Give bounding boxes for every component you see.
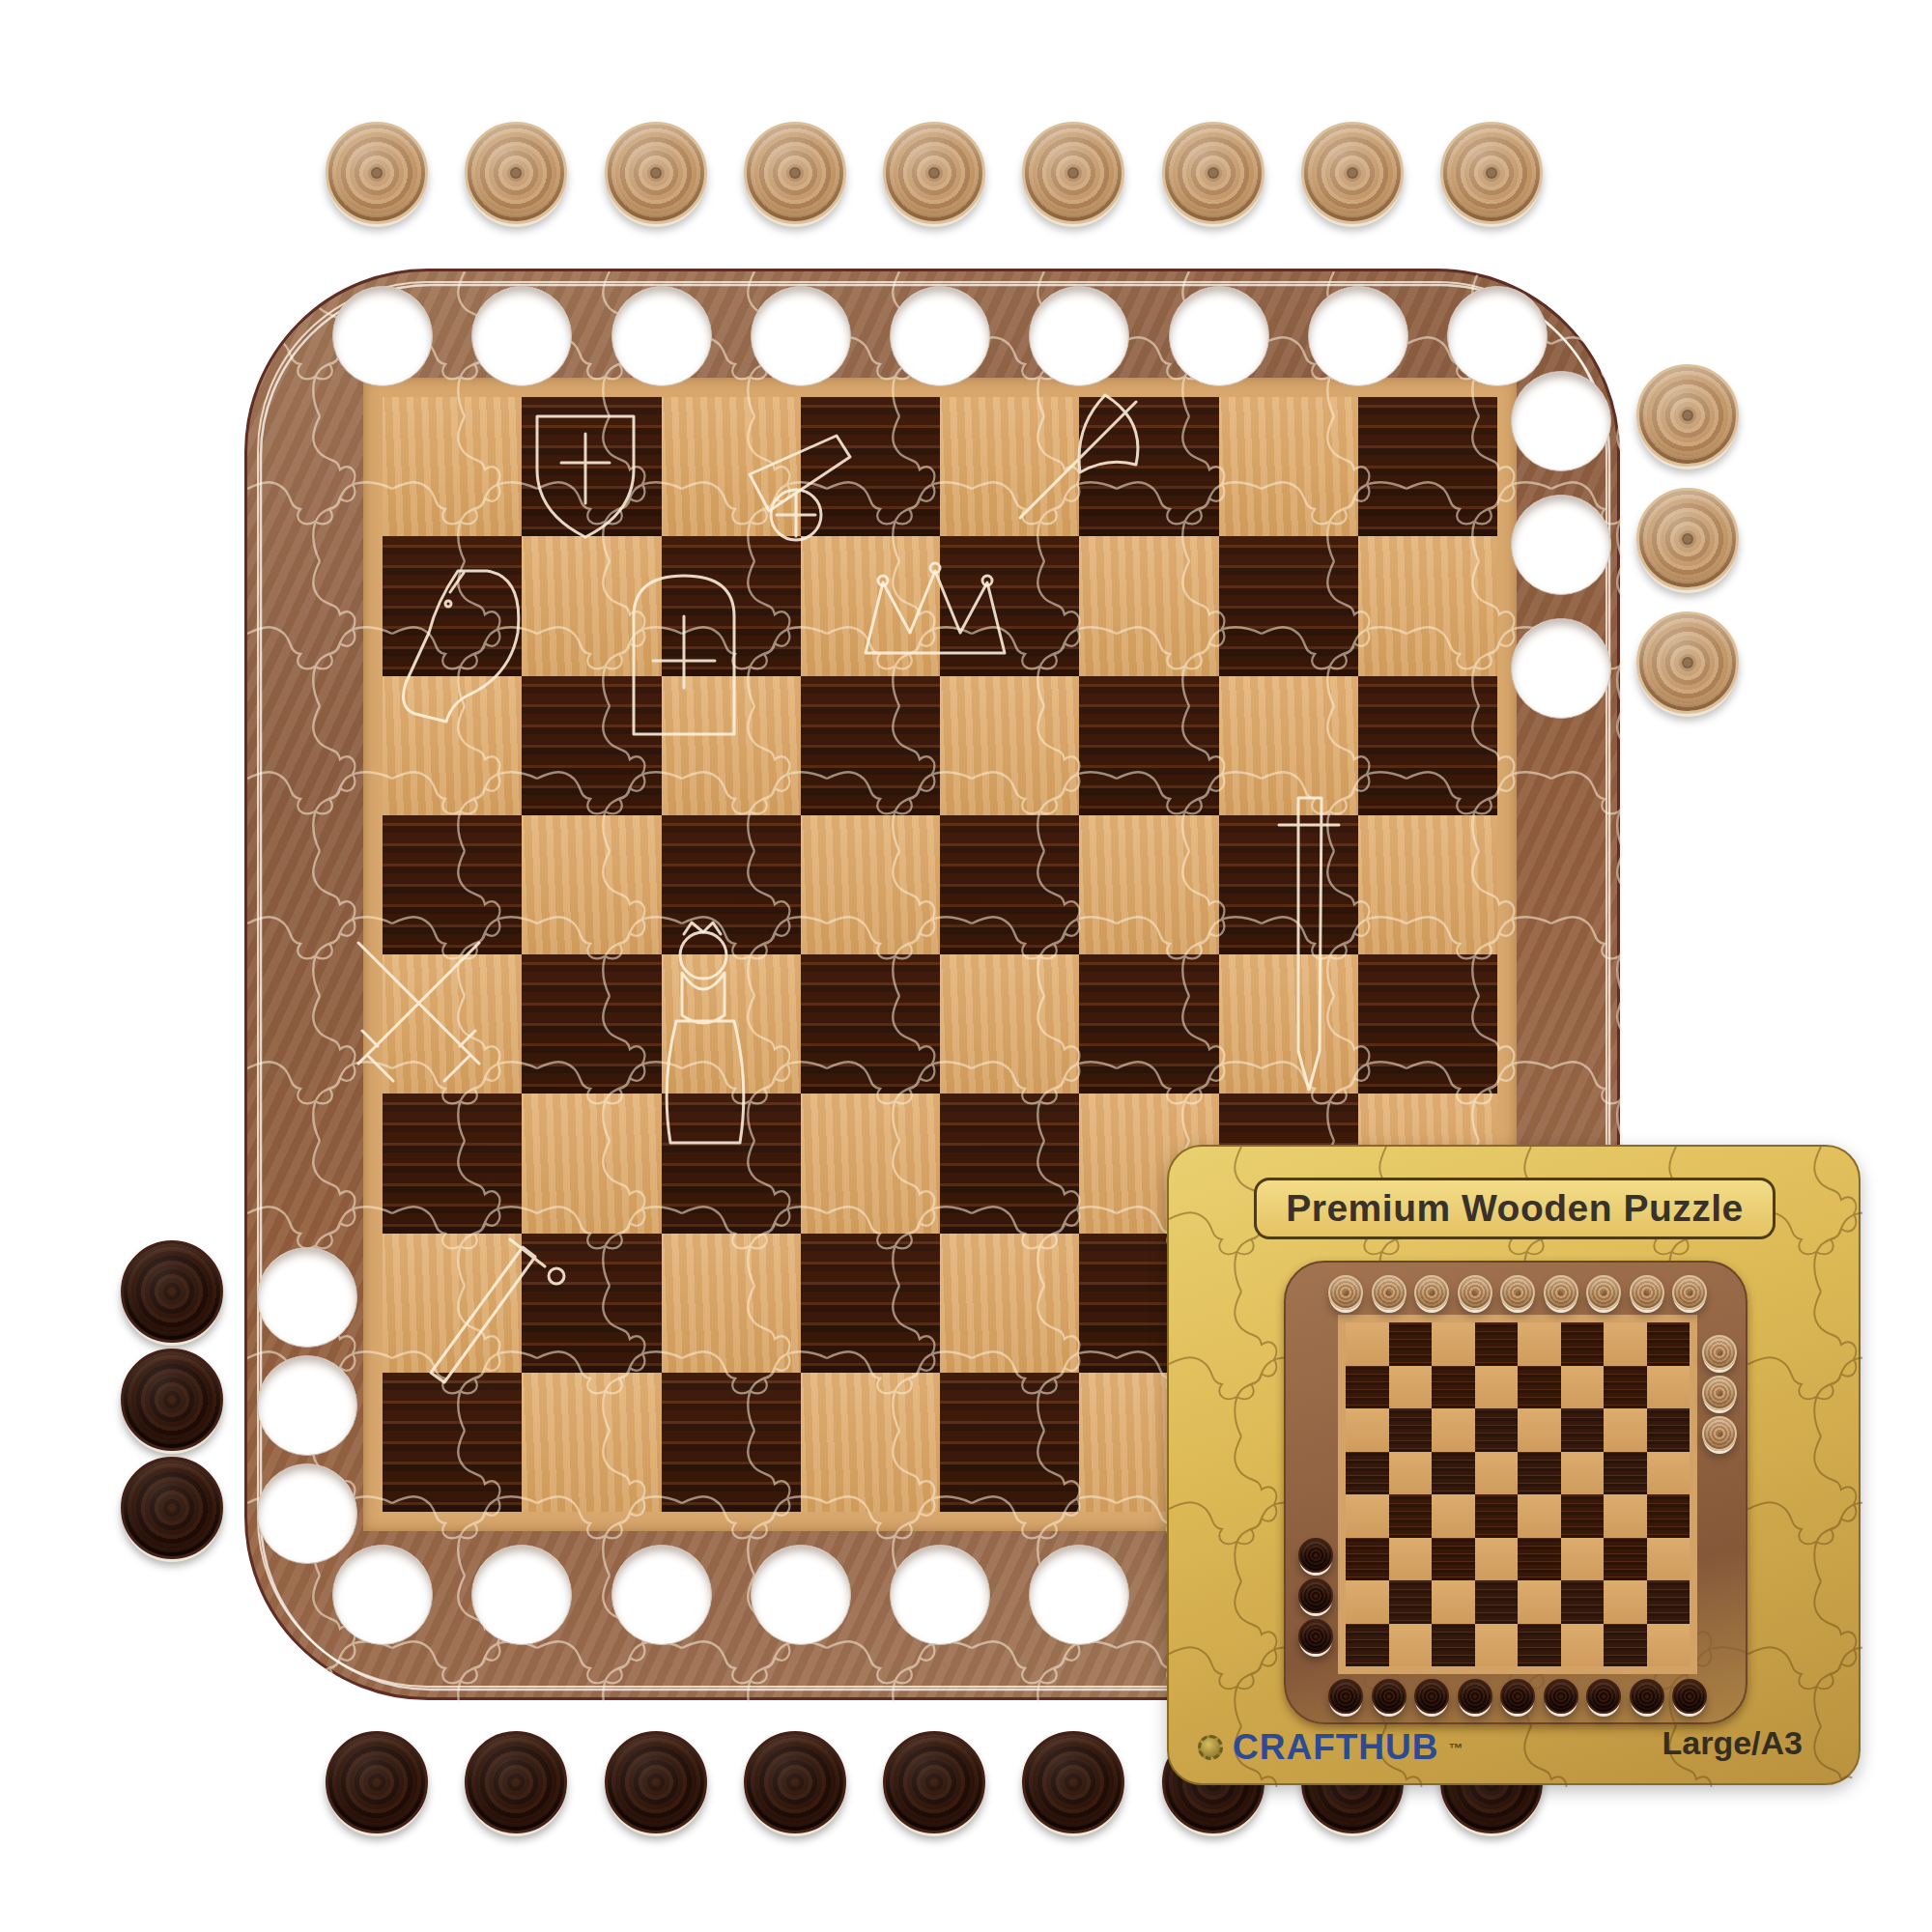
mini-board-square (1518, 1452, 1561, 1495)
light-checker[interactable] (1458, 1275, 1492, 1310)
board-square[interactable] (383, 954, 522, 1094)
mini-board-square (1518, 1494, 1561, 1538)
mini-board-square (1604, 1408, 1647, 1452)
board-square[interactable] (662, 1094, 801, 1233)
light-checker[interactable] (1636, 611, 1739, 714)
brand-trademark: ™ (1449, 1740, 1463, 1756)
board-square[interactable] (383, 1373, 522, 1512)
board-square[interactable] (383, 1234, 522, 1373)
storage-hole[interactable] (1029, 286, 1129, 386)
mini-board-square (1647, 1452, 1690, 1495)
mini-board-square (1518, 1322, 1561, 1366)
mini-board (1284, 1261, 1747, 1724)
storage-hole[interactable] (1511, 371, 1611, 471)
mini-board-square (1389, 1494, 1433, 1538)
storage-hole[interactable] (751, 286, 851, 386)
brand-logo: CRAFTHUB ™ (1198, 1727, 1463, 1768)
board-square[interactable] (662, 1234, 801, 1373)
board-square[interactable] (801, 1094, 940, 1233)
light-checker[interactable] (1636, 488, 1739, 590)
mini-board-square (1561, 1408, 1605, 1452)
card-title-box: Premium Wooden Puzzle (1254, 1178, 1776, 1239)
board-square[interactable] (522, 397, 661, 536)
board-square[interactable] (1358, 536, 1497, 675)
light-checker[interactable] (1328, 1275, 1363, 1310)
board-square[interactable] (801, 1373, 940, 1512)
mini-board-square (1561, 1624, 1605, 1667)
mini-board-square (1518, 1538, 1561, 1581)
mini-board-square (1561, 1538, 1605, 1581)
mini-board-square (1346, 1408, 1389, 1452)
crafthub-globe-icon (1198, 1735, 1223, 1760)
mini-board-square (1647, 1624, 1690, 1667)
board-square[interactable] (801, 815, 940, 954)
board-square[interactable] (940, 1373, 1079, 1512)
mini-board-square (1432, 1452, 1475, 1495)
mini-board-square (1432, 1580, 1475, 1624)
board-square[interactable] (1219, 397, 1358, 536)
dark-checker[interactable] (1298, 1619, 1333, 1654)
dark-checker[interactable] (1630, 1679, 1664, 1714)
dark-checker[interactable] (1414, 1679, 1449, 1714)
storage-hole[interactable] (257, 1463, 357, 1564)
board-square[interactable] (801, 1234, 940, 1373)
light-checker[interactable] (1440, 122, 1543, 224)
dark-checker[interactable] (1500, 1679, 1535, 1714)
mini-board-square (1389, 1538, 1433, 1581)
mini-board-square (1389, 1408, 1433, 1452)
dark-checker[interactable] (326, 1731, 428, 1833)
board-square[interactable] (522, 815, 661, 954)
board-square[interactable] (940, 397, 1079, 536)
light-checker[interactable] (1586, 1275, 1621, 1310)
storage-hole[interactable] (471, 286, 572, 386)
dark-checker[interactable] (1544, 1679, 1578, 1714)
mini-board-square (1389, 1452, 1433, 1495)
board-square[interactable] (1219, 815, 1358, 954)
mini-board-square (1518, 1408, 1561, 1452)
dark-checker[interactable] (121, 1240, 223, 1343)
light-checker[interactable] (1162, 122, 1264, 224)
mini-board-square (1346, 1452, 1389, 1495)
mini-board-square (1604, 1322, 1647, 1366)
light-checker[interactable] (605, 122, 707, 224)
dark-checker[interactable] (1458, 1679, 1492, 1714)
mini-board-square (1432, 1494, 1475, 1538)
storage-hole[interactable] (1511, 495, 1611, 595)
storage-hole[interactable] (890, 1545, 990, 1645)
mini-board-square (1389, 1580, 1433, 1624)
board-square[interactable] (1079, 954, 1218, 1094)
board-square[interactable] (383, 1094, 522, 1233)
light-checker[interactable] (326, 122, 428, 224)
light-checker[interactable] (1022, 122, 1124, 224)
mini-board-square (1518, 1366, 1561, 1409)
board-square[interactable] (662, 1373, 801, 1512)
board-square[interactable] (1079, 397, 1218, 536)
mini-board-square (1647, 1580, 1690, 1624)
board-square[interactable] (1079, 536, 1218, 675)
mini-board-square (1475, 1452, 1519, 1495)
dark-checker[interactable] (1298, 1538, 1333, 1573)
board-square[interactable] (383, 536, 522, 675)
light-checker[interactable] (1702, 1376, 1737, 1410)
storage-hole[interactable] (1029, 1545, 1129, 1645)
board-square[interactable] (1219, 954, 1358, 1094)
storage-hole[interactable] (1169, 286, 1269, 386)
board-square[interactable] (1219, 676, 1358, 815)
board-square[interactable] (383, 397, 522, 536)
size-label: Large/A3 (1662, 1724, 1804, 1762)
card-title: Premium Wooden Puzzle (1286, 1187, 1744, 1230)
dark-checker[interactable] (1298, 1578, 1333, 1613)
mini-board-square (1475, 1538, 1519, 1581)
board-square[interactable] (940, 1234, 1079, 1373)
mini-board-square (1647, 1322, 1690, 1366)
dark-checker[interactable] (605, 1731, 707, 1833)
board-square[interactable] (1358, 815, 1497, 954)
light-checker[interactable] (1500, 1275, 1535, 1310)
mini-board-square (1647, 1538, 1690, 1581)
mini-board-square (1604, 1624, 1647, 1667)
storage-hole[interactable] (1447, 286, 1548, 386)
board-square[interactable] (383, 676, 522, 815)
board-square[interactable] (1079, 815, 1218, 954)
mini-board-square (1432, 1366, 1475, 1409)
mini-board-square (1475, 1624, 1519, 1667)
board-square[interactable] (940, 1094, 1079, 1233)
board-square[interactable] (801, 536, 940, 675)
board-square[interactable] (662, 815, 801, 954)
board-square[interactable] (1079, 676, 1218, 815)
storage-hole[interactable] (1308, 286, 1408, 386)
light-checker[interactable] (883, 122, 985, 224)
dark-checker[interactable] (1022, 1731, 1124, 1833)
dark-checker[interactable] (1328, 1679, 1363, 1714)
mini-board-square (1518, 1580, 1561, 1624)
light-checker[interactable] (1544, 1275, 1578, 1310)
light-checker[interactable] (744, 122, 846, 224)
mini-board-square (1346, 1494, 1389, 1538)
mini-board-square (1561, 1366, 1605, 1409)
mini-board-square (1432, 1538, 1475, 1581)
dark-checker[interactable] (744, 1731, 846, 1833)
dark-checker[interactable] (883, 1731, 985, 1833)
dark-checker[interactable] (1372, 1679, 1406, 1714)
board-square[interactable] (801, 954, 940, 1094)
mini-board-square (1432, 1322, 1475, 1366)
board-square[interactable] (662, 954, 801, 1094)
mini-board-square (1561, 1452, 1605, 1495)
light-checker[interactable] (1630, 1275, 1664, 1310)
mini-board-square (1647, 1494, 1690, 1538)
light-checker[interactable] (1636, 364, 1739, 467)
mini-board-square (1604, 1494, 1647, 1538)
mini-board-square (1346, 1580, 1389, 1624)
mini-board-square (1475, 1366, 1519, 1409)
board-square[interactable] (940, 954, 1079, 1094)
mini-board-square (1604, 1366, 1647, 1409)
board-square[interactable] (940, 536, 1079, 675)
mini-board-square (1389, 1366, 1433, 1409)
mini-board-square (1561, 1322, 1605, 1366)
mini-board-square (1475, 1408, 1519, 1452)
storage-hole[interactable] (332, 1545, 433, 1645)
board-square[interactable] (1219, 536, 1358, 675)
light-checker[interactable] (465, 122, 567, 224)
mini-board-square (1346, 1322, 1389, 1366)
storage-hole[interactable] (471, 1545, 572, 1645)
light-checker[interactable] (1414, 1275, 1449, 1310)
mini-board-square (1346, 1624, 1389, 1667)
brand-name: CRAFTHUB (1233, 1727, 1439, 1768)
storage-hole[interactable] (611, 1545, 712, 1645)
mini-board-square (1475, 1494, 1519, 1538)
storage-hole[interactable] (890, 286, 990, 386)
board-square[interactable] (383, 815, 522, 954)
storage-hole[interactable] (751, 1545, 851, 1645)
board-square[interactable] (522, 676, 661, 815)
mini-board-square (1604, 1580, 1647, 1624)
storage-hole[interactable] (332, 286, 433, 386)
board-square[interactable] (940, 815, 1079, 954)
light-checker[interactable] (1672, 1275, 1707, 1310)
mini-board-square (1604, 1452, 1647, 1495)
light-checker[interactable] (1702, 1335, 1737, 1370)
mini-board-square (1475, 1322, 1519, 1366)
board-square[interactable] (522, 1094, 661, 1233)
mini-board-square (1518, 1624, 1561, 1667)
mini-board-square (1561, 1580, 1605, 1624)
dark-checker[interactable] (121, 1349, 223, 1451)
light-checker[interactable] (1301, 122, 1404, 224)
dark-checker[interactable] (465, 1731, 567, 1833)
mini-board-square (1346, 1538, 1389, 1581)
mini-board-square (1604, 1538, 1647, 1581)
dark-checker[interactable] (1672, 1679, 1707, 1714)
board-square[interactable] (522, 1234, 661, 1373)
board-square[interactable] (1358, 397, 1497, 536)
mini-board-square (1647, 1366, 1690, 1409)
storage-hole[interactable] (257, 1355, 357, 1456)
mini-board-square (1346, 1366, 1389, 1409)
board-square[interactable] (801, 397, 940, 536)
storage-hole[interactable] (611, 286, 712, 386)
mini-board-square (1432, 1408, 1475, 1452)
light-checker[interactable] (1702, 1416, 1737, 1451)
storage-hole[interactable] (257, 1247, 357, 1348)
mini-board-square (1475, 1580, 1519, 1624)
mini-board-field (1338, 1315, 1697, 1674)
mini-board-square (1432, 1624, 1475, 1667)
product-card: Premium Wooden Puzzle CRAFTHUB ™ Large/A… (1167, 1145, 1861, 1785)
board-square[interactable] (662, 397, 801, 536)
board-square[interactable] (662, 536, 801, 675)
mini-board-square (1389, 1322, 1433, 1366)
board-square[interactable] (1358, 676, 1497, 815)
board-square[interactable] (522, 1373, 661, 1512)
board-square[interactable] (662, 676, 801, 815)
mini-board-square (1561, 1494, 1605, 1538)
dark-checker[interactable] (1586, 1679, 1621, 1714)
board-square[interactable] (522, 954, 661, 1094)
board-square[interactable] (801, 676, 940, 815)
board-square[interactable] (1358, 954, 1497, 1094)
mini-board-square (1647, 1408, 1690, 1452)
board-square[interactable] (522, 536, 661, 675)
dark-checker[interactable] (121, 1457, 223, 1559)
board-square[interactable] (940, 676, 1079, 815)
light-checker[interactable] (1372, 1275, 1406, 1310)
mini-board-square (1389, 1624, 1433, 1667)
storage-hole[interactable] (1511, 618, 1611, 719)
